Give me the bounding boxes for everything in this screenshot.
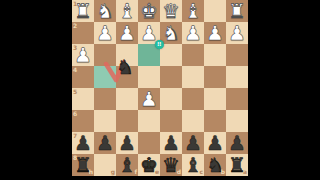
square-f8[interactable]: f♝ — [116, 154, 138, 176]
file-label-g: g — [111, 169, 115, 175]
white-pawn-a2[interactable]: ♟ — [226, 22, 248, 44]
square-d3[interactable] — [160, 44, 182, 66]
black-knight-b8[interactable]: ♞ — [204, 154, 226, 176]
black-king-e8[interactable]: ♚ — [138, 154, 160, 176]
square-g4[interactable] — [94, 66, 116, 88]
square-c7[interactable]: ♟ — [182, 132, 204, 154]
moving-black-knight[interactable]: ♞ — [114, 56, 136, 78]
black-pawn-b7[interactable]: ♟ — [204, 132, 226, 154]
square-h2[interactable]: 2 — [72, 22, 94, 44]
square-h8[interactable]: 8h♜ — [72, 154, 94, 176]
square-g3[interactable] — [94, 44, 116, 66]
square-h6[interactable]: 6 — [72, 110, 94, 132]
chess-board[interactable]: !! 1♜♞♝♚♛♝♜2♟♟♟♞♟♟♟3♟45♟67♟♟♟♟♟♟♟8h♜gf♝e… — [72, 0, 248, 176]
square-b2[interactable]: ♟ — [204, 22, 226, 44]
square-g6[interactable] — [94, 110, 116, 132]
square-f5[interactable] — [116, 88, 138, 110]
white-pawn-e5[interactable]: ♟ — [138, 88, 160, 110]
square-f1[interactable]: ♝ — [116, 0, 138, 22]
black-rook-h8[interactable]: ♜ — [72, 154, 94, 176]
square-d8[interactable]: d♛ — [160, 154, 182, 176]
white-pawn-g2[interactable]: ♟ — [94, 22, 116, 44]
square-a3[interactable] — [226, 44, 248, 66]
white-pawn-f2[interactable]: ♟ — [116, 22, 138, 44]
square-g2[interactable]: ♟ — [94, 22, 116, 44]
brilliant-move-glyph: !! — [157, 40, 161, 49]
square-h5[interactable]: 5 — [72, 88, 94, 110]
square-d5[interactable] — [160, 88, 182, 110]
square-a5[interactable] — [226, 88, 248, 110]
square-a8[interactable]: a♜ — [226, 154, 248, 176]
square-e8[interactable]: e♚ — [138, 154, 160, 176]
square-e6[interactable] — [138, 110, 160, 132]
brilliant-move-badge: !! — [155, 40, 164, 49]
white-pawn-h3[interactable]: ♟ — [72, 44, 94, 66]
letterbox-left — [0, 0, 72, 180]
letterbox-right — [248, 0, 320, 180]
square-c4[interactable] — [182, 66, 204, 88]
square-c1[interactable]: ♝ — [182, 0, 204, 22]
square-a4[interactable] — [226, 66, 248, 88]
square-a2[interactable]: ♟ — [226, 22, 248, 44]
square-g5[interactable] — [94, 88, 116, 110]
square-h3[interactable]: 3♟ — [72, 44, 94, 66]
square-a6[interactable] — [226, 110, 248, 132]
square-b6[interactable] — [204, 110, 226, 132]
white-pawn-b2[interactable]: ♟ — [204, 22, 226, 44]
square-d1[interactable]: ♛ — [160, 0, 182, 22]
square-g8[interactable]: g — [94, 154, 116, 176]
square-d4[interactable] — [160, 66, 182, 88]
square-c5[interactable] — [182, 88, 204, 110]
square-c2[interactable]: ♟ — [182, 22, 204, 44]
white-knight-g1[interactable]: ♞ — [94, 0, 116, 22]
black-pawn-c7[interactable]: ♟ — [182, 132, 204, 154]
black-pawn-f7[interactable]: ♟ — [116, 132, 138, 154]
square-b4[interactable] — [204, 66, 226, 88]
square-c8[interactable]: c♝ — [182, 154, 204, 176]
white-rook-h1[interactable]: ♜ — [72, 0, 94, 22]
white-pawn-c2[interactable]: ♟ — [182, 22, 204, 44]
square-e5[interactable]: ♟ — [138, 88, 160, 110]
square-a1[interactable]: ♜ — [226, 0, 248, 22]
white-rook-a1[interactable]: ♜ — [226, 0, 248, 22]
rank-label-6: 6 — [73, 111, 77, 117]
rank-label-4: 4 — [73, 67, 77, 73]
square-b8[interactable]: b♞ — [204, 154, 226, 176]
black-pawn-h7[interactable]: ♟ — [72, 132, 94, 154]
white-bishop-c1[interactable]: ♝ — [182, 0, 204, 22]
square-e4[interactable] — [138, 66, 160, 88]
square-d2[interactable]: ♞ — [160, 22, 182, 44]
square-d7[interactable]: ♟ — [160, 132, 182, 154]
square-b7[interactable]: ♟ — [204, 132, 226, 154]
square-b3[interactable] — [204, 44, 226, 66]
square-f2[interactable]: ♟ — [116, 22, 138, 44]
square-e1[interactable]: ♚ — [138, 0, 160, 22]
square-h4[interactable]: 4 — [72, 66, 94, 88]
square-b5[interactable] — [204, 88, 226, 110]
square-h1[interactable]: 1♜ — [72, 0, 94, 22]
black-bishop-c8[interactable]: ♝ — [182, 154, 204, 176]
black-queen-d8[interactable]: ♛ — [160, 154, 182, 176]
white-knight-d2[interactable]: ♞ — [160, 22, 182, 44]
square-c3[interactable] — [182, 44, 204, 66]
white-king-e1[interactable]: ♚ — [138, 0, 160, 22]
video-frame: !! 1♜♞♝♚♛♝♜2♟♟♟♞♟♟♟3♟45♟67♟♟♟♟♟♟♟8h♜gf♝e… — [0, 0, 320, 180]
square-h7[interactable]: 7♟ — [72, 132, 94, 154]
square-g7[interactable]: ♟ — [94, 132, 116, 154]
white-bishop-f1[interactable]: ♝ — [116, 0, 138, 22]
black-rook-a8[interactable]: ♜ — [226, 154, 248, 176]
black-bishop-f8[interactable]: ♝ — [116, 154, 138, 176]
square-b1[interactable] — [204, 0, 226, 22]
rank-label-2: 2 — [73, 23, 77, 29]
black-pawn-g7[interactable]: ♟ — [94, 132, 116, 154]
square-f7[interactable]: ♟ — [116, 132, 138, 154]
black-pawn-d7[interactable]: ♟ — [160, 132, 182, 154]
rank-label-5: 5 — [73, 89, 77, 95]
square-d6[interactable] — [160, 110, 182, 132]
black-pawn-a7[interactable]: ♟ — [226, 132, 248, 154]
white-queen-d1[interactable]: ♛ — [160, 0, 182, 22]
square-e7[interactable] — [138, 132, 160, 154]
square-f6[interactable] — [116, 110, 138, 132]
square-g1[interactable]: ♞ — [94, 0, 116, 22]
square-a7[interactable]: ♟ — [226, 132, 248, 154]
square-c6[interactable] — [182, 110, 204, 132]
